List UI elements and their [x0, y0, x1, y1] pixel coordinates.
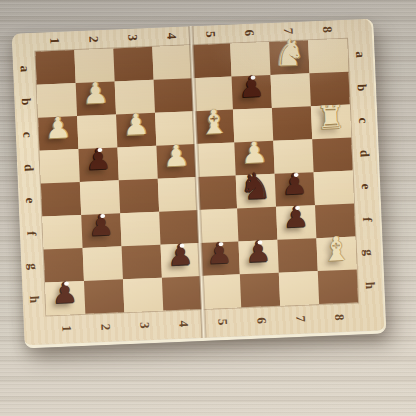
- coord-label-8: 8: [317, 10, 337, 50]
- coord-label-4: 4: [161, 16, 181, 56]
- coord-label-g: g: [16, 256, 50, 277]
- piece-white-pawn[interactable]: ♟: [116, 108, 156, 143]
- square-g8[interactable]: ♝: [316, 236, 356, 271]
- square-c1[interactable]: ♟: [38, 116, 78, 151]
- coord-label-d: d: [348, 143, 382, 164]
- coord-label-6: 6: [247, 300, 275, 340]
- piece-dark-pawn[interactable]: ♟: [238, 235, 278, 270]
- square-g6[interactable]: ♟: [238, 240, 278, 275]
- coord-label-e: e: [14, 190, 48, 211]
- coord-label-e: e: [349, 176, 383, 197]
- piece-white-pawn[interactable]: ♟: [75, 76, 115, 111]
- square-f3[interactable]: [120, 212, 160, 247]
- specular-highlight: [257, 240, 262, 244]
- square-f2[interactable]: ♟: [81, 213, 121, 248]
- square-e8[interactable]: [314, 171, 354, 206]
- piece-dark-pawn[interactable]: ♟: [160, 238, 200, 273]
- piece-white-pawn[interactable]: ♟: [38, 111, 78, 146]
- piece-dark-pawn[interactable]: ♟: [231, 70, 271, 105]
- square-d5[interactable]: [195, 142, 235, 177]
- square-e3[interactable]: [119, 179, 159, 214]
- coord-label-f: f: [15, 223, 49, 244]
- specular-highlight: [64, 282, 69, 286]
- coord-label-6: 6: [239, 13, 259, 53]
- coord-label-2: 2: [92, 307, 120, 347]
- coord-label-b: b: [345, 77, 379, 98]
- square-c3[interactable]: ♟: [116, 113, 156, 148]
- square-b2[interactable]: ♟: [76, 81, 116, 116]
- coord-label-3: 3: [123, 18, 143, 58]
- coord-label-5: 5: [200, 15, 220, 55]
- square-e6[interactable]: ♞: [236, 174, 276, 209]
- coord-label-a: a: [344, 44, 378, 65]
- piece-white-rook[interactable]: ♜: [311, 100, 351, 135]
- square-g2[interactable]: [83, 246, 123, 281]
- specular-highlight: [180, 244, 185, 248]
- specular-highlight: [97, 148, 102, 152]
- square-b4[interactable]: [154, 78, 194, 113]
- specular-highlight: [295, 206, 300, 210]
- square-d4[interactable]: ♟: [156, 144, 196, 179]
- square-d3[interactable]: [117, 146, 157, 181]
- square-e4[interactable]: [158, 177, 198, 212]
- square-c5[interactable]: ♝: [194, 110, 234, 145]
- square-d2[interactable]: ♟: [78, 147, 118, 182]
- square-a7[interactable]: ♞: [269, 40, 309, 75]
- coord-label-3: 3: [131, 305, 159, 345]
- coord-label-7: 7: [286, 299, 314, 339]
- square-b6[interactable]: ♟: [232, 75, 272, 110]
- piece-white-bishop[interactable]: ♝: [194, 105, 234, 140]
- square-g7[interactable]: [277, 238, 317, 273]
- piece-dark-pawn[interactable]: ♟: [276, 200, 316, 235]
- piece-dark-knight[interactable]: ♞: [235, 169, 275, 204]
- coord-label-1: 1: [45, 21, 65, 61]
- square-g3[interactable]: [122, 245, 162, 280]
- square-g5[interactable]: ♟: [199, 241, 239, 276]
- coord-label-h: h: [354, 275, 388, 296]
- piece-dark-pawn[interactable]: ♟: [78, 142, 118, 177]
- coord-label-a: a: [8, 58, 42, 79]
- coord-label-5: 5: [209, 302, 237, 342]
- specular-highlight: [294, 173, 299, 177]
- square-e5[interactable]: [197, 175, 237, 210]
- piece-dark-pawn[interactable]: ♟: [274, 167, 314, 202]
- square-b7[interactable]: [271, 73, 311, 108]
- square-d8[interactable]: [312, 138, 352, 173]
- coord-label-8: 8: [325, 297, 353, 337]
- piece-white-knight[interactable]: ♞: [269, 35, 309, 70]
- square-c7[interactable]: [272, 106, 312, 141]
- specular-highlight: [218, 242, 223, 246]
- piece-dark-pawn[interactable]: ♟: [45, 276, 85, 311]
- coord-label-b: b: [10, 91, 44, 112]
- coord-label-g: g: [352, 242, 386, 263]
- specular-highlight: [100, 214, 105, 218]
- coord-label-c: c: [347, 110, 381, 131]
- chess-board: 12345678 12345678 abcdefgh abcdefgh ♞♟♟♟…: [12, 19, 387, 349]
- coord-label-f: f: [351, 209, 385, 230]
- piece-white-bishop[interactable]: ♝: [316, 232, 356, 267]
- coord-label-d: d: [12, 157, 46, 178]
- square-f7[interactable]: ♟: [276, 205, 316, 240]
- coord-label-4: 4: [170, 304, 198, 344]
- piece-dark-pawn[interactable]: ♟: [199, 236, 239, 271]
- piece-dark-pawn[interactable]: ♟: [81, 208, 121, 243]
- square-c8[interactable]: ♜: [311, 105, 351, 140]
- square-g4[interactable]: ♟: [161, 243, 201, 278]
- specular-highlight: [251, 76, 256, 80]
- piece-white-pawn[interactable]: ♟: [156, 139, 196, 174]
- coord-label-2: 2: [84, 19, 104, 59]
- coord-label-1: 1: [53, 309, 81, 349]
